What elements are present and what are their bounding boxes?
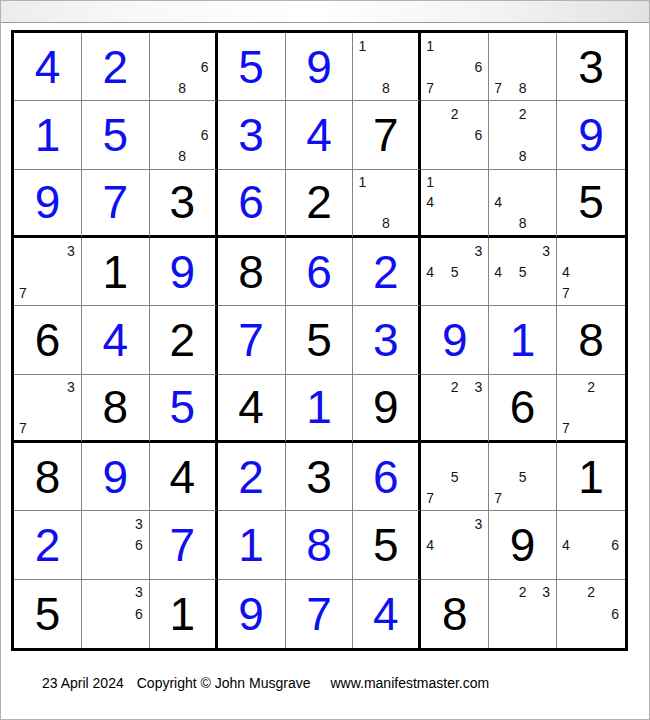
pencil-mark-4: 4 [491, 192, 512, 212]
pencil-marks: 57 [423, 445, 486, 508]
cell-r9c6[interactable]: 4 [353, 580, 421, 648]
cell-r1c8[interactable]: 78 [489, 33, 557, 101]
solved-digit: 7 [103, 179, 129, 225]
cell-r3c1[interactable]: 9 [14, 170, 82, 238]
cell-r4c3[interactable]: 9 [150, 238, 218, 306]
cell-r6c7[interactable]: 23 [421, 375, 489, 443]
solved-digit: 4 [306, 112, 332, 158]
cell-r7c3[interactable]: 4 [150, 443, 218, 511]
top-gradient-bar [1, 1, 649, 23]
pencil-mark-3: 3 [465, 240, 486, 261]
cell-r9c8[interactable]: 23 [489, 580, 557, 648]
cell-r8c7[interactable]: 34 [421, 511, 489, 579]
given-digit: 9 [373, 384, 399, 430]
pencil-marks: 18 [355, 172, 416, 233]
solved-digit: 9 [103, 454, 129, 500]
solved-digit: 7 [306, 591, 332, 637]
pencil-mark-5: 5 [512, 261, 533, 282]
cell-r4c6[interactable]: 2 [353, 238, 421, 306]
solved-digit: 5 [103, 112, 129, 158]
pencil-marks: 78 [491, 35, 554, 98]
cell-r7c9[interactable]: 1 [557, 443, 625, 511]
pencil-mark-3: 3 [126, 513, 147, 534]
cell-r8c4[interactable]: 1 [218, 511, 286, 579]
pencil-marks: 57 [491, 445, 554, 508]
pencil-mark-8: 8 [512, 146, 533, 167]
pencil-mark-2: 2 [580, 377, 601, 397]
cell-r8c6[interactable]: 5 [353, 511, 421, 579]
cell-r5c8[interactable]: 1 [489, 306, 557, 374]
pencil-marks: 14 [423, 172, 486, 233]
pencil-mark-3: 3 [465, 513, 486, 534]
pencil-marks: 26 [423, 103, 486, 166]
cell-r9c2[interactable]: 36 [82, 580, 150, 648]
cell-r4c2[interactable]: 1 [82, 238, 150, 306]
given-digit: 2 [306, 179, 332, 225]
footer-url: www.manifestmaster.com [330, 675, 489, 691]
given-digit: 3 [169, 179, 195, 225]
cell-r1c4[interactable]: 5 [218, 33, 286, 101]
pencil-mark-3: 3 [58, 240, 79, 261]
cell-r9c9[interactable]: 26 [557, 580, 625, 648]
pencil-marks: 27 [559, 377, 623, 438]
pencil-mark-7: 7 [491, 77, 512, 98]
pencil-mark-3: 3 [533, 240, 554, 261]
cell-r6c4[interactable]: 4 [218, 375, 286, 443]
cell-r6c6[interactable]: 9 [353, 375, 421, 443]
cell-r6c1[interactable]: 37 [14, 375, 82, 443]
given-digit: 9 [510, 522, 536, 568]
pencil-mark-4: 4 [423, 534, 444, 555]
given-digit: 2 [169, 317, 195, 363]
solved-digit: 9 [442, 317, 468, 363]
pencil-mark-1: 1 [355, 35, 375, 56]
solved-digit: 8 [306, 522, 332, 568]
cell-r9c3[interactable]: 1 [150, 580, 218, 648]
cell-r5c1[interactable]: 6 [14, 306, 82, 374]
pencil-mark-1: 1 [423, 172, 444, 192]
cell-r5c4[interactable]: 7 [218, 306, 286, 374]
pencil-mark-4: 4 [559, 261, 580, 282]
solved-digit: 1 [306, 384, 332, 430]
cell-r2c6[interactable]: 7 [353, 101, 421, 169]
solved-digit: 1 [238, 522, 264, 568]
solved-digit: 1 [35, 112, 61, 158]
pencil-marks: 167 [423, 35, 486, 98]
pencil-mark-8: 8 [512, 77, 533, 98]
given-digit: 5 [578, 179, 604, 225]
cell-r5c6[interactable]: 3 [353, 306, 421, 374]
pencil-marks: 36 [84, 513, 147, 576]
pencil-mark-7: 7 [559, 418, 580, 438]
given-digit: 5 [306, 317, 332, 363]
cell-r3c8[interactable]: 48 [489, 170, 557, 238]
pencil-mark-1: 1 [423, 35, 444, 56]
pencil-mark-7: 7 [16, 418, 37, 438]
pencil-marks: 48 [491, 172, 554, 233]
cell-r3c3[interactable]: 3 [150, 170, 218, 238]
cell-r2c3[interactable]: 68 [150, 101, 218, 169]
solved-digit: 4 [373, 591, 399, 637]
cell-r8c5[interactable]: 8 [286, 511, 354, 579]
solved-digit: 4 [35, 44, 61, 90]
pencil-mark-2: 2 [512, 103, 533, 124]
cell-r8c3[interactable]: 7 [150, 511, 218, 579]
cell-r7c5[interactable]: 3 [286, 443, 354, 511]
cell-r2c2[interactable]: 5 [82, 101, 150, 169]
cell-r6c5[interactable]: 1 [286, 375, 354, 443]
pencil-mark-6: 6 [465, 124, 486, 145]
cell-r4c4[interactable]: 8 [218, 238, 286, 306]
solved-digit: 6 [306, 249, 332, 295]
cell-r3c2[interactable]: 7 [82, 170, 150, 238]
cell-r5c5[interactable]: 5 [286, 306, 354, 374]
cell-r4c5[interactable]: 6 [286, 238, 354, 306]
cell-r4c9[interactable]: 47 [557, 238, 625, 306]
cell-r5c2[interactable]: 4 [82, 306, 150, 374]
pencil-mark-6: 6 [602, 534, 623, 555]
solved-digit: 3 [373, 317, 399, 363]
given-digit: 6 [510, 384, 536, 430]
pencil-mark-5: 5 [444, 466, 465, 487]
pencil-mark-8: 8 [172, 146, 192, 167]
cell-r5c7[interactable]: 9 [421, 306, 489, 374]
given-digit: 1 [169, 591, 195, 637]
cell-r7c8[interactable]: 57 [489, 443, 557, 511]
cell-r2c9[interactable]: 9 [557, 101, 625, 169]
pencil-mark-8: 8 [512, 213, 533, 233]
solved-digit: 2 [373, 249, 399, 295]
solved-digit: 9 [578, 112, 604, 158]
solved-digit: 9 [306, 44, 332, 90]
solved-digit: 6 [373, 454, 399, 500]
pencil-marks: 34 [423, 513, 486, 576]
given-digit: 4 [169, 454, 195, 500]
solved-digit: 7 [169, 522, 195, 568]
pencil-marks: 18 [355, 35, 416, 98]
pencil-marks: 345 [423, 240, 486, 303]
pencil-mark-4: 4 [559, 534, 580, 555]
given-digit: 1 [103, 249, 129, 295]
pencil-marks: 23 [423, 377, 486, 438]
pencil-mark-2: 2 [512, 582, 533, 603]
pencil-mark-5: 5 [512, 466, 533, 487]
pencil-mark-3: 3 [126, 582, 147, 603]
pencil-marks: 46 [559, 513, 623, 576]
cell-r3c5[interactable]: 2 [286, 170, 354, 238]
pencil-mark-6: 6 [192, 56, 212, 77]
solved-digit: 7 [238, 317, 264, 363]
cell-r3c7[interactable]: 14 [421, 170, 489, 238]
given-digit: 8 [442, 591, 468, 637]
cell-r6c8[interactable]: 6 [489, 375, 557, 443]
pencil-marks: 345 [491, 240, 554, 303]
solved-digit: 9 [238, 591, 264, 637]
pencil-marks: 37 [16, 377, 79, 438]
pencil-marks: 23 [491, 582, 554, 646]
cell-r1c2[interactable]: 2 [82, 33, 150, 101]
pencil-marks: 26 [559, 582, 623, 646]
cell-r5c9[interactable]: 8 [557, 306, 625, 374]
cell-r7c7[interactable]: 57 [421, 443, 489, 511]
given-digit: 5 [35, 591, 61, 637]
solved-digit: 2 [103, 44, 129, 90]
pencil-mark-7: 7 [423, 77, 444, 98]
cell-r1c6[interactable]: 18 [353, 33, 421, 101]
cell-r7c6[interactable]: 6 [353, 443, 421, 511]
cell-r2c7[interactable]: 26 [421, 101, 489, 169]
solved-digit: 1 [510, 317, 536, 363]
pencil-mark-3: 3 [465, 377, 486, 397]
cell-r6c3[interactable]: 5 [150, 375, 218, 443]
pencil-mark-4: 4 [491, 261, 512, 282]
cell-r9c7[interactable]: 8 [421, 580, 489, 648]
cell-r5c3[interactable]: 2 [150, 306, 218, 374]
cell-r8c2[interactable]: 36 [82, 511, 150, 579]
pencil-mark-2: 2 [580, 582, 601, 603]
pencil-mark-2: 2 [444, 377, 465, 397]
cell-r9c5[interactable]: 7 [286, 580, 354, 648]
pencil-mark-7: 7 [16, 282, 37, 303]
pencil-mark-6: 6 [126, 534, 147, 555]
pencil-marks: 36 [84, 582, 147, 646]
given-digit: 8 [103, 384, 129, 430]
pencil-marks: 47 [559, 240, 623, 303]
given-digit: 8 [238, 249, 264, 295]
cell-r1c3[interactable]: 68 [150, 33, 218, 101]
cell-r8c9[interactable]: 46 [557, 511, 625, 579]
given-digit: 8 [35, 454, 61, 500]
cell-r1c5[interactable]: 9 [286, 33, 354, 101]
pencil-marks: 68 [152, 35, 213, 98]
cell-r4c7[interactable]: 345 [421, 238, 489, 306]
given-digit: 1 [578, 454, 604, 500]
cell-r7c4[interactable]: 2 [218, 443, 286, 511]
solved-digit: 9 [35, 179, 61, 225]
cell-r2c1[interactable]: 1 [14, 101, 82, 169]
solved-digit: 2 [238, 454, 264, 500]
solved-digit: 4 [103, 317, 129, 363]
pencil-marks: 37 [16, 240, 79, 303]
given-digit: 3 [578, 44, 604, 90]
given-digit: 7 [373, 112, 399, 158]
pencil-mark-4: 4 [423, 261, 444, 282]
cell-r2c4[interactable]: 3 [218, 101, 286, 169]
pencil-mark-8: 8 [376, 77, 396, 98]
cell-r1c1[interactable]: 4 [14, 33, 82, 101]
pencil-mark-7: 7 [423, 487, 444, 508]
cell-r7c2[interactable]: 9 [82, 443, 150, 511]
cell-r1c7[interactable]: 167 [421, 33, 489, 101]
cell-r8c8[interactable]: 9 [489, 511, 557, 579]
footer-date: 23 April 2024 [42, 675, 124, 691]
pencil-mark-6: 6 [602, 603, 623, 624]
pencil-mark-5: 5 [444, 261, 465, 282]
cell-r9c4[interactable]: 9 [218, 580, 286, 648]
pencil-marks: 28 [491, 103, 554, 166]
pencil-mark-8: 8 [172, 77, 192, 98]
pencil-mark-7: 7 [491, 487, 512, 508]
cell-r3c6[interactable]: 18 [353, 170, 421, 238]
cell-r3c4[interactable]: 6 [218, 170, 286, 238]
pencil-mark-7: 7 [559, 282, 580, 303]
solved-digit: 6 [238, 179, 264, 225]
cell-r7c1[interactable]: 8 [14, 443, 82, 511]
footer-copyright: Copyright © John Musgrave [137, 675, 311, 691]
pencil-marks: 68 [152, 103, 213, 166]
cell-r4c1[interactable]: 37 [14, 238, 82, 306]
solved-digit: 3 [238, 112, 264, 158]
cell-r3c9[interactable]: 5 [557, 170, 625, 238]
cell-r6c9[interactable]: 27 [557, 375, 625, 443]
cell-r2c8[interactable]: 28 [489, 101, 557, 169]
solved-digit: 5 [238, 44, 264, 90]
cell-r9c1[interactable]: 5 [14, 580, 82, 648]
cell-r1c9[interactable]: 3 [557, 33, 625, 101]
solved-digit: 9 [169, 249, 195, 295]
cell-r4c8[interactable]: 345 [489, 238, 557, 306]
pencil-mark-2: 2 [444, 103, 465, 124]
pencil-mark-3: 3 [58, 377, 79, 397]
pencil-mark-8: 8 [376, 213, 396, 233]
pencil-mark-4: 4 [423, 192, 444, 212]
pencil-mark-3: 3 [533, 582, 554, 603]
solved-digit: 2 [35, 522, 61, 568]
pencil-mark-6: 6 [465, 56, 486, 77]
cell-r6c2[interactable]: 8 [82, 375, 150, 443]
cell-r8c1[interactable]: 2 [14, 511, 82, 579]
sudoku-board: 4268591816778315683472628997362181448537… [11, 30, 628, 651]
cell-r2c5[interactable]: 4 [286, 101, 354, 169]
footer: 23 April 2024 Copyright © John Musgrave … [42, 674, 489, 692]
pencil-mark-6: 6 [192, 124, 212, 145]
pencil-mark-6: 6 [126, 603, 147, 624]
given-digit: 8 [578, 317, 604, 363]
given-digit: 5 [373, 522, 399, 568]
given-digit: 3 [306, 454, 332, 500]
given-digit: 6 [35, 317, 61, 363]
solved-digit: 5 [169, 384, 195, 430]
given-digit: 4 [238, 384, 264, 430]
pencil-mark-1: 1 [355, 172, 375, 192]
